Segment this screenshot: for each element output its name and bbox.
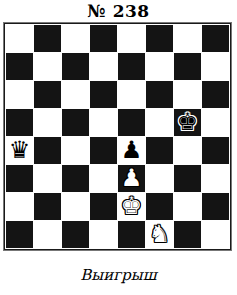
square-g2 <box>174 193 201 220</box>
square-g6 <box>174 81 201 108</box>
square-e5 <box>118 109 145 136</box>
square-d1 <box>90 221 117 248</box>
square-b5 <box>34 109 61 136</box>
square-b1 <box>34 221 61 248</box>
square-e1 <box>118 221 145 248</box>
square-d5 <box>90 109 117 136</box>
square-f7 <box>146 53 173 80</box>
square-b4 <box>34 137 61 164</box>
study-diagram-page: № 238 ♚♛♟♟♚♞ Выигрыш <box>0 0 237 295</box>
square-c2 <box>62 193 89 220</box>
board-frame: ♚♛♟♟♚♞ <box>4 23 231 250</box>
square-b6 <box>34 81 61 108</box>
square-h4 <box>202 137 229 164</box>
square-e6 <box>118 81 145 108</box>
square-a3 <box>6 165 33 192</box>
square-h7 <box>202 53 229 80</box>
square-b8 <box>34 25 61 52</box>
white-king-e2: ♚ <box>121 193 143 220</box>
white-knight-f1: ♞ <box>149 221 171 248</box>
square-e2: ♚ <box>118 193 145 220</box>
square-a1 <box>6 221 33 248</box>
square-d6 <box>90 81 117 108</box>
square-h3 <box>202 165 229 192</box>
square-a4: ♛ <box>6 137 33 164</box>
square-c8 <box>62 25 89 52</box>
square-h8 <box>202 25 229 52</box>
square-d3 <box>90 165 117 192</box>
square-c7 <box>62 53 89 80</box>
square-b7 <box>34 53 61 80</box>
square-f6 <box>146 81 173 108</box>
chess-board: ♚♛♟♟♚♞ <box>6 25 229 248</box>
square-d2 <box>90 193 117 220</box>
square-a6 <box>6 81 33 108</box>
square-c6 <box>62 81 89 108</box>
square-d8 <box>90 25 117 52</box>
black-queen-a4: ♛ <box>9 137 31 164</box>
square-h2 <box>202 193 229 220</box>
diagram-number: № 238 <box>0 0 237 21</box>
square-f3 <box>146 165 173 192</box>
square-a2 <box>6 193 33 220</box>
square-f5 <box>146 109 173 136</box>
square-g1 <box>174 221 201 248</box>
square-e4: ♟ <box>118 137 145 164</box>
square-e8 <box>118 25 145 52</box>
square-f1: ♞ <box>146 221 173 248</box>
square-h1 <box>202 221 229 248</box>
square-c5 <box>62 109 89 136</box>
square-a7 <box>6 53 33 80</box>
stipulation-caption: Выигрыш <box>0 266 237 284</box>
square-f2 <box>146 193 173 220</box>
square-a8 <box>6 25 33 52</box>
square-g5: ♚ <box>174 109 201 136</box>
square-g8 <box>174 25 201 52</box>
square-d7 <box>90 53 117 80</box>
square-a5 <box>6 109 33 136</box>
square-g4 <box>174 137 201 164</box>
square-g7 <box>174 53 201 80</box>
square-h6 <box>202 81 229 108</box>
white-pawn-e3: ♟ <box>121 165 143 192</box>
square-f4 <box>146 137 173 164</box>
square-d4 <box>90 137 117 164</box>
square-f8 <box>146 25 173 52</box>
square-g3 <box>174 165 201 192</box>
square-h5 <box>202 109 229 136</box>
square-c4 <box>62 137 89 164</box>
square-e7 <box>118 53 145 80</box>
square-e3: ♟ <box>118 165 145 192</box>
square-c1 <box>62 221 89 248</box>
black-pawn-e4: ♟ <box>121 137 143 164</box>
square-b2 <box>34 193 61 220</box>
square-c3 <box>62 165 89 192</box>
square-b3 <box>34 165 61 192</box>
black-king-g5: ♚ <box>177 109 199 136</box>
